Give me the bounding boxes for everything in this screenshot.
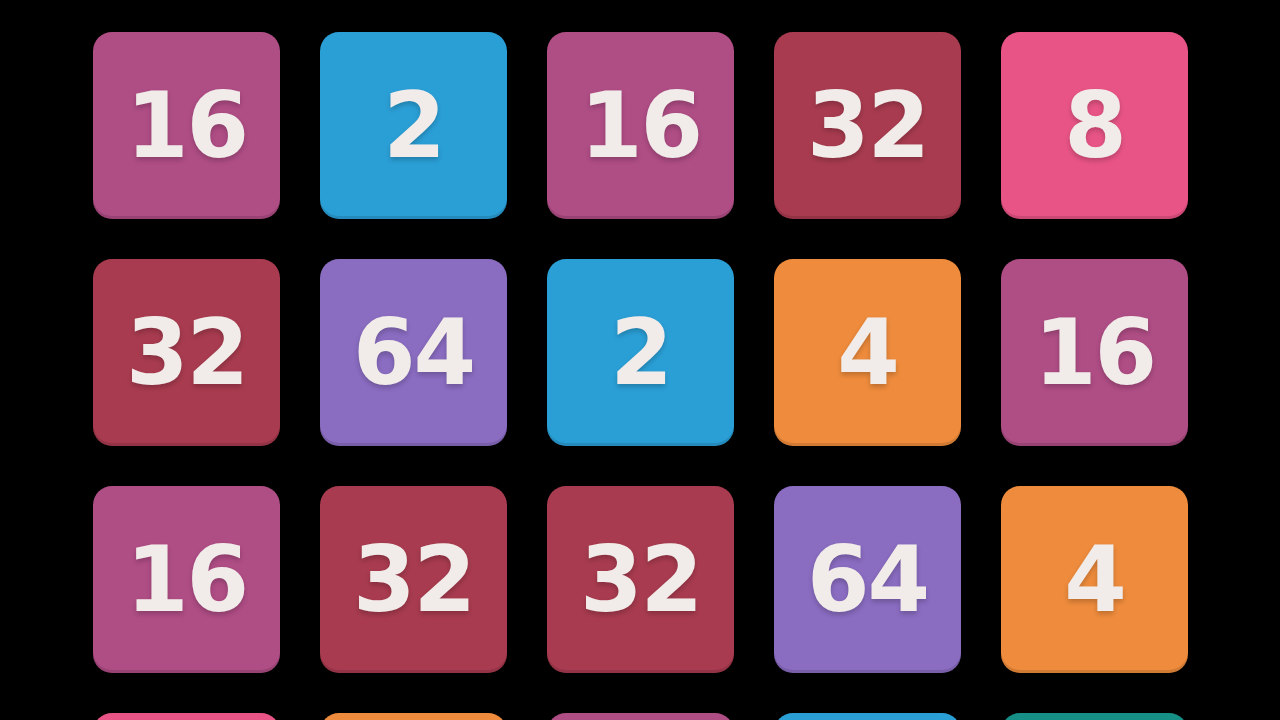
tile-value: 32	[580, 535, 701, 625]
tile-r1-c1[interactable]: 16	[93, 32, 280, 219]
tile-r1-c4[interactable]: 32	[774, 32, 961, 219]
tile-value: 8	[1064, 81, 1125, 171]
tile-r1-c2[interactable]: 2	[320, 32, 507, 219]
tile-value: 4	[837, 308, 898, 398]
tile-r4-c4[interactable]	[774, 713, 961, 720]
tile-r4-c3[interactable]	[547, 713, 734, 720]
tile-value: 32	[126, 308, 247, 398]
tile-value: 16	[580, 81, 701, 171]
tile-r4-c2[interactable]	[320, 713, 507, 720]
tile-value: 16	[126, 81, 247, 171]
tile-r3-c5[interactable]: 4	[1001, 486, 1188, 673]
tile-r3-c1[interactable]: 16	[93, 486, 280, 673]
tile-r4-c5[interactable]	[1001, 713, 1188, 720]
tile-r1-c3[interactable]: 16	[547, 32, 734, 219]
tile-r3-c3[interactable]: 32	[547, 486, 734, 673]
game-board[interactable]: 1621632832642416163232644	[93, 32, 1188, 720]
tile-value: 32	[353, 535, 474, 625]
tile-value: 64	[807, 535, 928, 625]
tile-value: 2	[383, 81, 444, 171]
tile-value: 16	[1034, 308, 1155, 398]
tile-value: 64	[353, 308, 474, 398]
tile-r4-c1[interactable]	[93, 713, 280, 720]
tile-r3-c2[interactable]: 32	[320, 486, 507, 673]
tile-r2-c2[interactable]: 64	[320, 259, 507, 446]
tile-r2-c5[interactable]: 16	[1001, 259, 1188, 446]
tile-r3-c4[interactable]: 64	[774, 486, 961, 673]
tile-value: 16	[126, 535, 247, 625]
tile-r2-c4[interactable]: 4	[774, 259, 961, 446]
tile-r1-c5[interactable]: 8	[1001, 32, 1188, 219]
tile-value: 2	[610, 308, 671, 398]
tile-value: 32	[807, 81, 928, 171]
tile-value: 4	[1064, 535, 1125, 625]
tile-r2-c3[interactable]: 2	[547, 259, 734, 446]
tile-r2-c1[interactable]: 32	[93, 259, 280, 446]
